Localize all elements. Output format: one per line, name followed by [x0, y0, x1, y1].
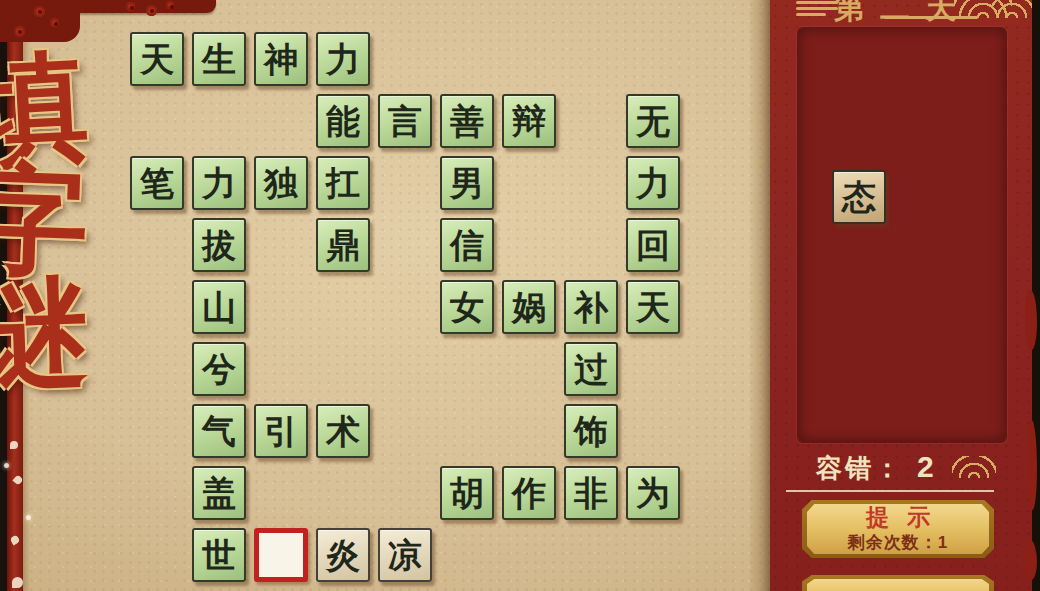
- fixed-tile: 能: [316, 94, 370, 148]
- fixed-tile: 娲: [502, 280, 556, 334]
- fixed-tile: 辩: [502, 94, 556, 148]
- hint-button-face: 提示 剩余次数：1: [807, 504, 989, 554]
- fixed-tile: 力: [626, 156, 680, 210]
- blossom-icon: [34, 6, 45, 17]
- next-action-button[interactable]: [802, 575, 994, 591]
- cloud-scales-icon: [952, 456, 996, 478]
- fixed-tile: 补: [564, 280, 618, 334]
- hint-button-label: 提示: [848, 504, 948, 530]
- fixed-tile: 胡: [440, 466, 494, 520]
- blossom-icon: [126, 2, 135, 11]
- game-title-char-2: 字: [0, 161, 82, 283]
- placed-tile[interactable]: 凉: [378, 528, 432, 582]
- fixed-tile: 信: [440, 218, 494, 272]
- error-tolerance-label: 容错：: [816, 453, 903, 483]
- fixed-tile: 力: [316, 32, 370, 86]
- fixed-tile: 引: [254, 404, 308, 458]
- hint-remaining-label: 剩余次数：: [848, 533, 938, 552]
- fixed-tile: 盖: [192, 466, 246, 520]
- fixed-tile: 作: [502, 466, 556, 520]
- tile-tray: 态: [797, 27, 1007, 443]
- fixed-tile: 独: [254, 156, 308, 210]
- fixed-tile: 气: [192, 404, 246, 458]
- next-action-button-face: [807, 579, 989, 591]
- sparkle-decoration: [4, 463, 9, 468]
- fixed-tile: 男: [440, 156, 494, 210]
- game-title-char-1: 填: [0, 49, 83, 173]
- hint-remaining: 剩余次数：1: [848, 531, 948, 554]
- fixed-tile: 扛: [316, 156, 370, 210]
- tray-tile[interactable]: 态: [832, 170, 886, 224]
- sparkle-decoration: [26, 515, 31, 520]
- fixed-tile: 生: [192, 32, 246, 86]
- cloud-scales-icon: [992, 0, 1032, 18]
- fixed-tile: 无: [626, 94, 680, 148]
- blossom-icon: [146, 5, 157, 16]
- fixed-tile: 非: [564, 466, 618, 520]
- petal-decoration: [10, 441, 18, 449]
- fixed-tile: 山: [192, 280, 246, 334]
- fixed-tile: 兮: [192, 342, 246, 396]
- fixed-tile: 善: [440, 94, 494, 148]
- fixed-tile: 过: [564, 342, 618, 396]
- fixed-tile: 为: [626, 466, 680, 520]
- placed-tile[interactable]: 炎: [316, 528, 370, 582]
- fixed-tile: 力: [192, 156, 246, 210]
- papercut-motif: [1024, 540, 1037, 580]
- fixed-tile: 天: [626, 280, 680, 334]
- fixed-tile: 笔: [130, 156, 184, 210]
- fixed-tile: 饰: [564, 404, 618, 458]
- fixed-tile: 世: [192, 528, 246, 582]
- tolerance-underline: [786, 490, 994, 492]
- fixed-tile: 术: [316, 404, 370, 458]
- blossom-icon: [166, 1, 174, 9]
- hint-remaining-value: 1: [938, 533, 948, 552]
- error-tolerance-value: 2: [917, 450, 934, 483]
- game-title-char-3: 谜: [0, 274, 82, 396]
- fixed-tile: 回: [626, 218, 680, 272]
- fixed-tile: 拔: [192, 218, 246, 272]
- fixed-tile: 神: [254, 32, 308, 86]
- fixed-tile: 女: [440, 280, 494, 334]
- blossom-icon: [50, 18, 59, 27]
- blossom-icon: [14, 26, 25, 37]
- fixed-tile: 鼎: [316, 218, 370, 272]
- game-screen: 填 字 谜 天生神力能言善辩无笔力独扛男力拔鼎信回山女娲补天兮过气引术饰盖胡作非…: [0, 0, 1040, 591]
- hint-button[interactable]: 提示 剩余次数：1: [802, 500, 994, 558]
- error-tolerance: 容错：2: [816, 450, 934, 486]
- active-empty-slot[interactable]: [254, 528, 308, 582]
- fixed-tile: 言: [378, 94, 432, 148]
- petal-decoration: [12, 577, 23, 588]
- fixed-tile: 天: [130, 32, 184, 86]
- parchment-right-edge: [748, 0, 770, 591]
